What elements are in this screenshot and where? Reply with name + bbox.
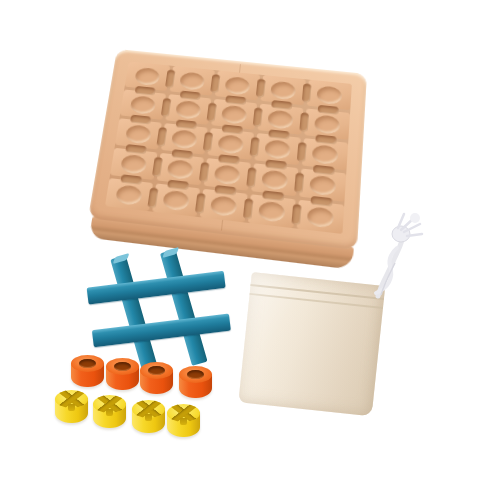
x-piece[interactable]	[93, 395, 126, 428]
o-piece-hole	[148, 366, 165, 375]
product-photo-stage	[0, 0, 500, 500]
board-cell[interactable]	[215, 70, 260, 100]
circle-recess	[312, 144, 339, 165]
circle-recess	[134, 66, 160, 85]
drawstring-cord	[352, 196, 444, 304]
board-cell[interactable]	[307, 80, 352, 110]
board-cell[interactable]	[261, 75, 306, 105]
o-piece[interactable]	[71, 355, 104, 388]
wall-slot-vertical	[291, 203, 301, 224]
circle-recess	[270, 80, 296, 100]
x-piece-notch	[68, 404, 75, 411]
x-piece[interactable]	[55, 390, 88, 423]
circle-recess	[171, 129, 198, 150]
circle-recess	[307, 206, 334, 228]
circle-recess	[267, 109, 293, 129]
circle-recess	[130, 95, 157, 115]
o-piece[interactable]	[106, 358, 139, 391]
circle-recess	[179, 71, 205, 90]
x-piece-notch	[145, 414, 152, 421]
wall-slot-vertical	[299, 112, 309, 132]
circle-recess	[309, 174, 336, 196]
circle-recess	[175, 99, 202, 119]
game-board	[84, 49, 367, 272]
board-grid	[105, 61, 352, 234]
x-piece[interactable]	[132, 400, 165, 433]
x-piece-notch	[180, 418, 187, 425]
wall-slot-vertical	[297, 142, 307, 162]
board-cell[interactable]	[125, 61, 171, 91]
circle-recess	[125, 124, 152, 144]
circle-recess	[221, 104, 248, 124]
x-piece-notch	[106, 409, 113, 416]
circle-recess	[264, 139, 291, 160]
wall-slot-vertical	[302, 83, 312, 102]
frame-vertical-bar-1	[110, 255, 158, 372]
circle-recess	[258, 200, 286, 222]
o-piece[interactable]	[140, 362, 173, 395]
circle-recess	[314, 114, 340, 134]
hash-grid-frame[interactable]	[82, 247, 237, 375]
circle-recess	[120, 153, 148, 174]
x-piece[interactable]	[167, 404, 200, 437]
frame-horizontal-bar-1	[87, 271, 226, 305]
circle-recess	[214, 164, 241, 185]
circle-recess	[217, 134, 244, 155]
wall-slot-vertical	[294, 172, 304, 193]
circle-recess	[167, 158, 194, 179]
board-cell[interactable]	[169, 66, 214, 96]
circle-recess	[316, 85, 342, 105]
circle-recess	[224, 76, 250, 96]
o-piece[interactable]	[179, 366, 212, 399]
o-piece-hole	[114, 362, 131, 371]
circle-recess	[162, 189, 190, 211]
circle-recess	[115, 184, 143, 206]
frame-horizontal-bar-2	[92, 314, 231, 348]
frame-vertical-bar-2	[160, 249, 208, 366]
circle-recess	[261, 169, 288, 191]
circle-recess	[210, 195, 238, 217]
o-piece-hole	[79, 359, 96, 368]
o-piece-hole	[187, 370, 204, 379]
